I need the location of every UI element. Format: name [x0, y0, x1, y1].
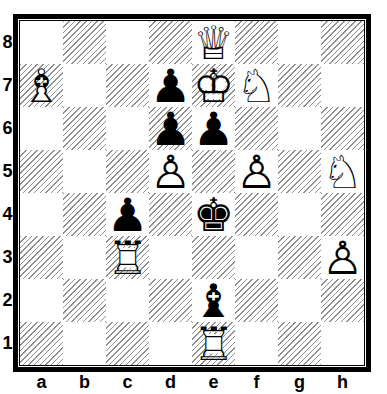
- chess-board-border: ♛♕♝♗♟♟♚♔♞♘♟♟♟♟♟♙♟♙♞♘♟♟♚♚♜♖♟♙♝♝♜♖: [19, 20, 365, 366]
- piece-black-pawn[interactable]: ♟♟: [193, 106, 234, 152]
- piece-white-rook[interactable]: ♜♖: [193, 321, 234, 367]
- white-pawn-icon: ♙: [150, 145, 191, 199]
- square-h8[interactable]: [321, 21, 364, 64]
- square-c4[interactable]: ♟♟: [106, 193, 149, 236]
- square-g2[interactable]: [278, 279, 321, 322]
- file-label-b: b: [63, 371, 106, 393]
- square-a6[interactable]: [20, 107, 63, 150]
- square-a2[interactable]: [20, 279, 63, 322]
- square-d8[interactable]: [149, 21, 192, 64]
- file-label-f: f: [235, 371, 278, 393]
- square-e7[interactable]: ♚♔: [192, 64, 235, 107]
- square-f3[interactable]: [235, 236, 278, 279]
- square-g7[interactable]: [278, 64, 321, 107]
- square-d5[interactable]: ♟♙: [149, 150, 192, 193]
- piece-white-knight[interactable]: ♞♘: [236, 63, 277, 109]
- piece-white-knight[interactable]: ♞♘: [322, 149, 363, 195]
- piece-white-pawn[interactable]: ♟♙: [150, 149, 191, 195]
- square-b4[interactable]: [63, 193, 106, 236]
- square-a3[interactable]: [20, 236, 63, 279]
- white-rook-icon: ♖: [193, 317, 234, 371]
- white-knight-icon: ♘: [236, 59, 277, 113]
- piece-white-pawn[interactable]: ♟♙: [322, 235, 363, 281]
- square-h7[interactable]: [321, 64, 364, 107]
- white-pawn-icon: ♙: [236, 145, 277, 199]
- square-c6[interactable]: [106, 107, 149, 150]
- square-h3[interactable]: ♟♙: [321, 236, 364, 279]
- file-label-c: c: [106, 371, 149, 393]
- black-pawn-icon: ♟: [193, 102, 234, 156]
- square-b3[interactable]: [63, 236, 106, 279]
- square-b7[interactable]: [63, 64, 106, 107]
- square-d6[interactable]: ♟♟: [149, 107, 192, 150]
- square-g5[interactable]: [278, 150, 321, 193]
- white-bishop-icon: ♗: [21, 59, 62, 113]
- square-d1[interactable]: [149, 322, 192, 365]
- piece-white-rook[interactable]: ♜♖: [107, 235, 148, 281]
- square-e1[interactable]: ♜♖: [192, 322, 235, 365]
- chess-board: ♛♕♝♗♟♟♚♔♞♘♟♟♟♟♟♙♟♙♞♘♟♟♚♚♜♖♟♙♝♝♜♖: [20, 21, 364, 365]
- piece-white-bishop[interactable]: ♝♗: [21, 63, 62, 109]
- square-a7[interactable]: ♝♗: [20, 64, 63, 107]
- square-f4[interactable]: [235, 193, 278, 236]
- square-g3[interactable]: [278, 236, 321, 279]
- square-f1[interactable]: [235, 322, 278, 365]
- square-d3[interactable]: [149, 236, 192, 279]
- square-e2[interactable]: ♝♝: [192, 279, 235, 322]
- white-pawn-icon: ♙: [322, 231, 363, 285]
- square-g1[interactable]: [278, 322, 321, 365]
- square-d4[interactable]: [149, 193, 192, 236]
- file-label-h: h: [321, 371, 364, 393]
- square-b6[interactable]: [63, 107, 106, 150]
- square-h6[interactable]: [321, 107, 364, 150]
- piece-white-pawn[interactable]: ♟♙: [236, 149, 277, 195]
- square-h5[interactable]: ♞♘: [321, 150, 364, 193]
- square-a8[interactable]: [20, 21, 63, 64]
- square-c1[interactable]: [106, 322, 149, 365]
- black-king-icon: ♚: [193, 188, 234, 242]
- square-e4[interactable]: ♚♚: [192, 193, 235, 236]
- square-a5[interactable]: [20, 150, 63, 193]
- square-d2[interactable]: [149, 279, 192, 322]
- square-c8[interactable]: [106, 21, 149, 64]
- square-e3[interactable]: [192, 236, 235, 279]
- file-label-a: a: [20, 371, 63, 393]
- white-knight-icon: ♘: [322, 145, 363, 199]
- square-e5[interactable]: [192, 150, 235, 193]
- square-f8[interactable]: [235, 21, 278, 64]
- square-c2[interactable]: [106, 279, 149, 322]
- square-d7[interactable]: ♟♟: [149, 64, 192, 107]
- square-b5[interactable]: [63, 150, 106, 193]
- square-g4[interactable]: [278, 193, 321, 236]
- square-e6[interactable]: ♟♟: [192, 107, 235, 150]
- square-b8[interactable]: [63, 21, 106, 64]
- square-f2[interactable]: [235, 279, 278, 322]
- file-label-d: d: [149, 371, 192, 393]
- chess-board-frame: ♛♕♝♗♟♟♚♔♞♘♟♟♟♟♟♙♟♙♞♘♟♟♚♚♜♖♟♙♝♝♜♖: [13, 14, 371, 372]
- square-f7[interactable]: ♞♘: [235, 64, 278, 107]
- white-rook-icon: ♖: [107, 231, 148, 285]
- piece-black-king[interactable]: ♚♚: [193, 192, 234, 238]
- square-c3[interactable]: ♜♖: [106, 236, 149, 279]
- file-labels: abcdefgh: [20, 371, 364, 393]
- square-b2[interactable]: [63, 279, 106, 322]
- file-label-e: e: [192, 371, 235, 393]
- square-h4[interactable]: [321, 193, 364, 236]
- square-f5[interactable]: ♟♙: [235, 150, 278, 193]
- square-h2[interactable]: [321, 279, 364, 322]
- file-label-g: g: [278, 371, 321, 393]
- square-h1[interactable]: [321, 322, 364, 365]
- square-b1[interactable]: [63, 322, 106, 365]
- square-g8[interactable]: [278, 21, 321, 64]
- square-c7[interactable]: [106, 64, 149, 107]
- square-c5[interactable]: [106, 150, 149, 193]
- square-f6[interactable]: [235, 107, 278, 150]
- square-g6[interactable]: [278, 107, 321, 150]
- square-a1[interactable]: [20, 322, 63, 365]
- square-a4[interactable]: [20, 193, 63, 236]
- square-e8[interactable]: ♛♕: [192, 21, 235, 64]
